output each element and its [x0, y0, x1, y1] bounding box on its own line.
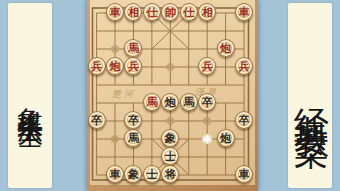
- video-thumbnail: 象棋杀法大全 楚河 漢界 車相仕帥仕相車馬炮兵炮兵兵兵馬炮馬卒卒卒卒馬象炮士車象…: [0, 0, 340, 191]
- piece-label: 兵: [91, 60, 102, 71]
- piece-label: 炮: [110, 60, 121, 71]
- piece-black-chariot[interactable]: 車: [106, 165, 124, 183]
- piece-label: 馬: [146, 96, 157, 107]
- piece-label: 兵: [128, 60, 139, 71]
- piece-black-cannon[interactable]: 炮: [217, 129, 235, 147]
- xiangqi-board[interactable]: 楚河 漢界 車相仕帥仕相車馬炮兵炮兵兵兵馬炮馬卒卒卒卒馬象炮士車象士将車: [87, 0, 258, 191]
- piece-black-horse[interactable]: 馬: [180, 93, 198, 111]
- piece-label: 車: [239, 6, 250, 17]
- piece-label: 卒: [91, 114, 102, 125]
- piece-red-cannon[interactable]: 炮: [106, 57, 124, 75]
- piece-black-chariot[interactable]: 車: [235, 165, 253, 183]
- piece-label: 将: [165, 168, 176, 179]
- piece-label: 馬: [128, 132, 139, 143]
- piece-red-chariot[interactable]: 車: [106, 3, 124, 21]
- piece-label: 象: [128, 168, 139, 179]
- piece-label: 卒: [128, 114, 139, 125]
- piece-label: 帥: [165, 6, 176, 17]
- piece-black-soldier[interactable]: 卒: [88, 111, 106, 129]
- piece-label: 卒: [202, 96, 213, 107]
- piece-label: 兵: [202, 60, 213, 71]
- piece-label: 相: [202, 6, 213, 17]
- piece-label: 車: [110, 168, 121, 179]
- right-title-text: 经典教案: [287, 80, 334, 112]
- piece-label: 卒: [239, 114, 250, 125]
- piece-label: 炮: [220, 42, 231, 53]
- left-title-text: 象棋杀法大全: [13, 87, 48, 105]
- piece-label: 馬: [128, 42, 139, 53]
- piece-red-soldier[interactable]: 兵: [88, 57, 106, 75]
- piece-label: 馬: [183, 96, 194, 107]
- piece-label: 炮: [220, 132, 231, 143]
- river-label-chu: 楚河: [112, 88, 136, 101]
- piece-red-chariot[interactable]: 車: [235, 3, 253, 21]
- piece-label: 仕: [183, 6, 194, 17]
- piece-red-horse[interactable]: 馬: [143, 93, 161, 111]
- piece-label: 車: [110, 6, 121, 17]
- piece-black-advisor[interactable]: 士: [143, 165, 161, 183]
- piece-label: 士: [165, 150, 176, 161]
- piece-label: 相: [128, 6, 139, 17]
- piece-black-soldier[interactable]: 卒: [235, 111, 253, 129]
- piece-red-advisor[interactable]: 仕: [143, 3, 161, 21]
- right-title-banner: 经典教案: [288, 3, 332, 188]
- piece-red-cannon[interactable]: 炮: [217, 39, 235, 57]
- piece-label: 象: [165, 132, 176, 143]
- left-title-banner: 象棋杀法大全: [8, 3, 52, 188]
- piece-label: 炮: [165, 96, 176, 107]
- piece-red-soldier[interactable]: 兵: [235, 57, 253, 75]
- piece-label: 車: [239, 168, 250, 179]
- piece-label: 兵: [239, 60, 250, 71]
- piece-label: 仕: [146, 6, 157, 17]
- piece-red-advisor[interactable]: 仕: [180, 3, 198, 21]
- piece-label: 士: [146, 168, 157, 179]
